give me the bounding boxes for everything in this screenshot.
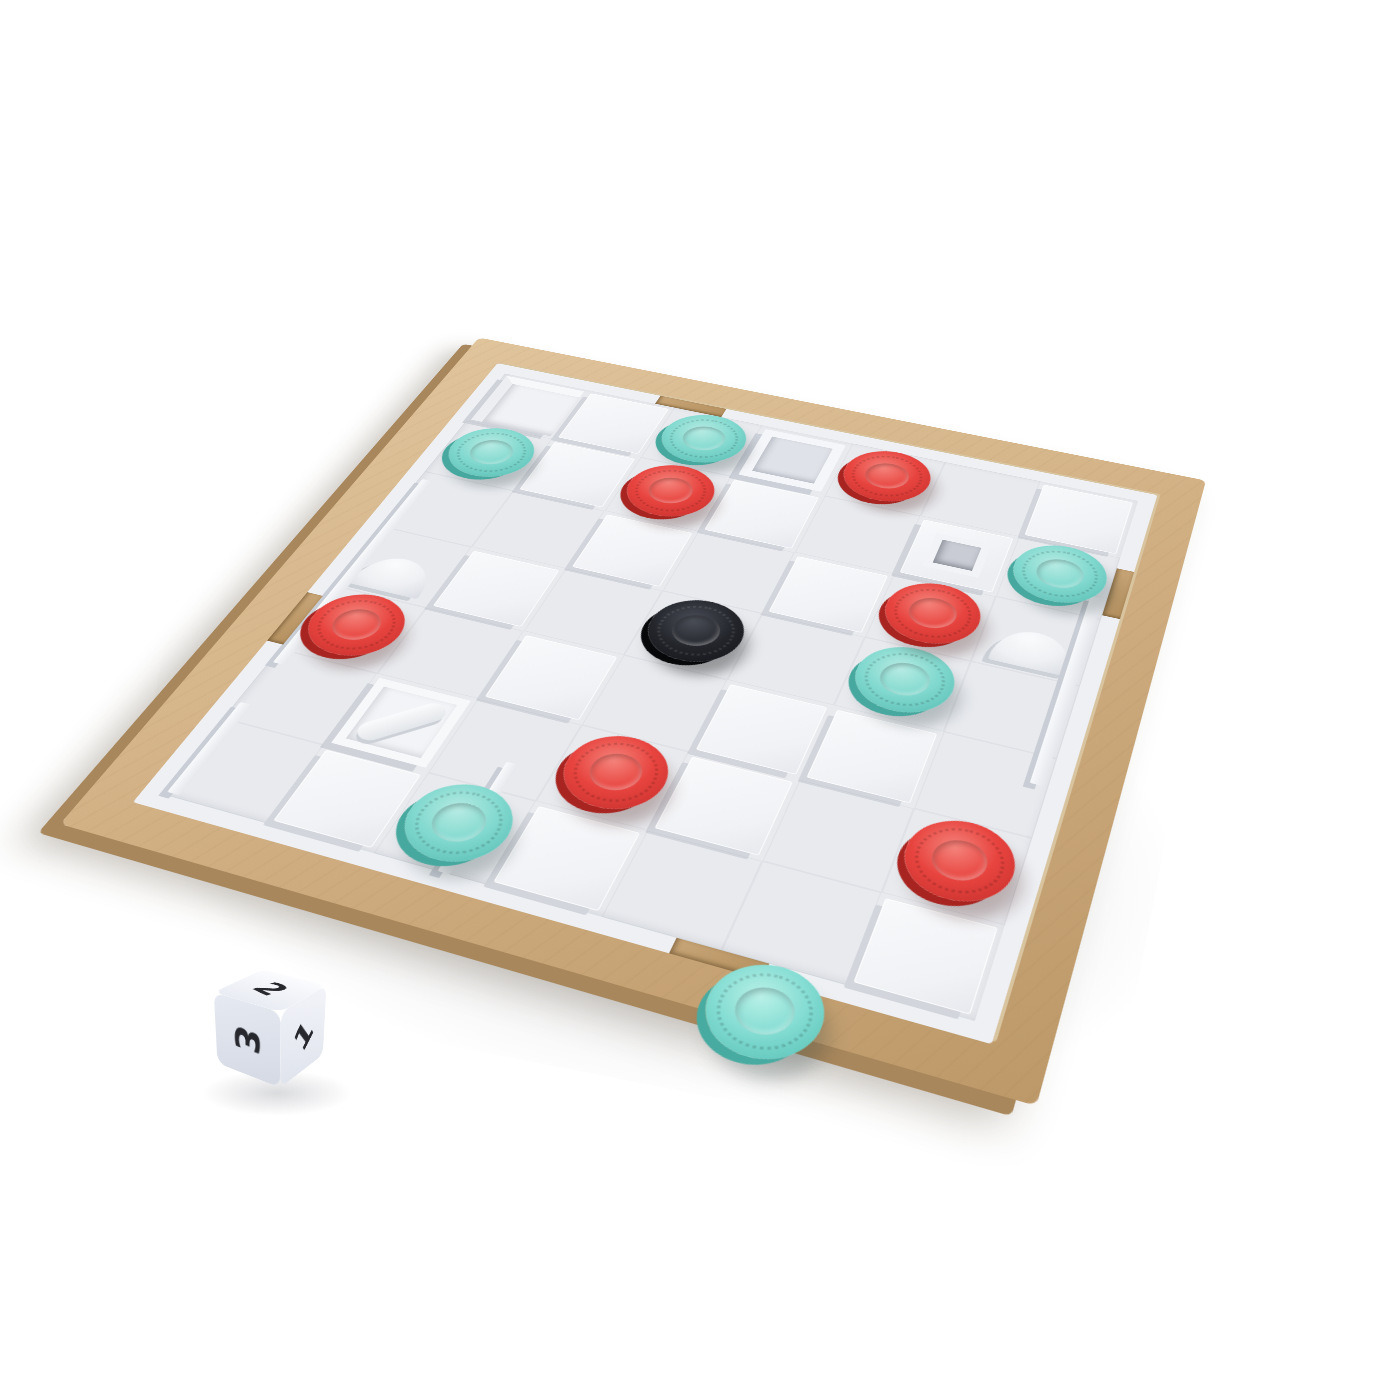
die[interactable]: 3 1 2 xyxy=(196,962,356,1132)
die-pip-top: 2 xyxy=(243,979,298,999)
product-photo-stage: 3 1 2 xyxy=(0,0,1400,1400)
tile-bin-d1 xyxy=(738,429,846,492)
die-pip-front: 3 xyxy=(228,1020,267,1061)
die-pip-right: 1 xyxy=(289,1012,317,1058)
die-cube: 3 1 2 xyxy=(240,980,305,1070)
